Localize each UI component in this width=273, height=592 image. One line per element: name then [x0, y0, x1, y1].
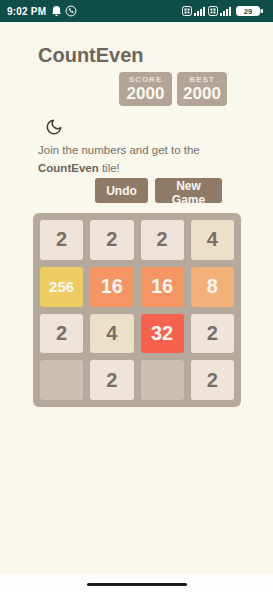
- dark-mode-toggle[interactable]: [44, 118, 64, 138]
- gesture-bar[interactable]: [87, 583, 187, 586]
- intro-highlight: CountEven: [38, 162, 99, 174]
- intro-text-after: tile!: [99, 162, 120, 174]
- app-title: CountEven: [38, 44, 144, 67]
- signal-bars-sim1: [194, 7, 205, 16]
- board-cell: 4: [90, 314, 133, 354]
- phone-screen: 9:02 PM: [0, 0, 273, 592]
- board-cell: 2: [90, 220, 133, 260]
- board-cell: 2: [40, 220, 83, 260]
- board-cell: 2: [191, 360, 234, 400]
- board-cell: [40, 360, 83, 400]
- battery-percent-text: 29: [244, 7, 252, 16]
- battery-icon: 29: [237, 7, 264, 16]
- score-box: SCORE 2000: [119, 72, 172, 106]
- board-cell: 16: [141, 267, 184, 307]
- game-controls: Undo New Game: [95, 178, 222, 203]
- board-cell: 32: [141, 314, 184, 354]
- score-value: 2000: [127, 85, 165, 103]
- board-cell: 2: [40, 314, 83, 354]
- board-cell: [141, 360, 184, 400]
- intro-text-before: Join the numbers and get to the: [38, 144, 200, 156]
- bell-icon: [51, 5, 62, 17]
- moon-icon: [45, 124, 63, 139]
- undo-button[interactable]: Undo: [95, 178, 148, 203]
- phone-call-icon: [65, 5, 77, 17]
- best-value: 2000: [183, 85, 221, 103]
- board-cell: 8: [191, 267, 234, 307]
- intro-text: Join the numbers and get to the CountEve…: [38, 141, 244, 177]
- board-cell: 16: [90, 267, 133, 307]
- status-bar: 9:02 PM: [0, 0, 273, 22]
- new-game-button[interactable]: New Game: [155, 178, 222, 203]
- clock: 9:02 PM: [7, 6, 46, 17]
- status-icons: 29: [182, 4, 266, 18]
- volte-icon-sim1: [183, 7, 192, 16]
- best-box: BEST 2000: [177, 72, 227, 106]
- board-cell: 2: [141, 220, 184, 260]
- board-cell: 2: [191, 314, 234, 354]
- volte-icon-sim2: [209, 7, 218, 16]
- board-cell: 256: [40, 267, 83, 307]
- game-board[interactable]: 2 2 2 4 256 16 16 8 2 4 32 2 2 2: [33, 213, 241, 407]
- navigation-bar: [0, 574, 273, 592]
- signal-bars-sim2: [220, 7, 231, 16]
- score-panel: SCORE 2000 BEST 2000: [119, 72, 227, 106]
- board-cell: 2: [90, 360, 133, 400]
- board-cell: 4: [191, 220, 234, 260]
